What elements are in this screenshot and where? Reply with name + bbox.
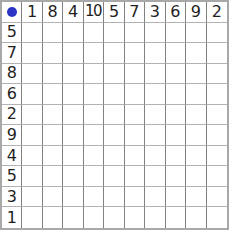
grid-cell[interactable] — [145, 146, 165, 167]
row-header-1-label: 1 — [7, 210, 17, 226]
grid-cell[interactable] — [104, 125, 124, 146]
grid-cell[interactable] — [84, 43, 104, 64]
grid-cell[interactable] — [207, 125, 227, 146]
row-header-8-label: 8 — [7, 65, 17, 81]
grid-cell[interactable] — [166, 23, 186, 44]
grid-cell[interactable] — [43, 207, 63, 228]
grid-cell[interactable] — [43, 146, 63, 167]
grid-cell[interactable] — [207, 146, 227, 167]
row-header-7-label: 7 — [7, 45, 17, 61]
col-header-8-label: 8 — [48, 4, 58, 20]
grid-cell[interactable] — [145, 105, 165, 126]
grid-cell[interactable] — [145, 207, 165, 228]
row-header-6: 6 — [2, 84, 22, 105]
grid-cell[interactable] — [104, 146, 124, 167]
grid-cell[interactable] — [186, 43, 206, 64]
col-header-3: 3 — [145, 2, 165, 23]
grid-cell[interactable] — [166, 105, 186, 126]
row-header-4-label: 4 — [7, 148, 17, 164]
grid-cell[interactable] — [63, 43, 83, 64]
grid-cell[interactable] — [43, 43, 63, 64]
grid-cell[interactable] — [104, 166, 124, 187]
grid-cell[interactable] — [84, 125, 104, 146]
grid-cell[interactable] — [22, 146, 42, 167]
grid-cell[interactable] — [125, 43, 145, 64]
grid-cell[interactable] — [186, 105, 206, 126]
col-header-6: 6 — [166, 2, 186, 23]
col-header-6-label: 6 — [170, 4, 180, 20]
grid-cell[interactable] — [186, 64, 206, 85]
grid-cell[interactable] — [125, 84, 145, 105]
grid-cell[interactable] — [207, 64, 227, 85]
grid-cell[interactable] — [125, 64, 145, 85]
grid-cell[interactable] — [104, 187, 124, 208]
col-header-5-label: 5 — [109, 4, 119, 20]
row-header-6-label: 6 — [7, 86, 17, 102]
corner-cell — [2, 2, 22, 23]
grid-cell[interactable] — [84, 64, 104, 85]
grid-cell[interactable] — [104, 84, 124, 105]
col-header-3-label: 3 — [150, 4, 160, 20]
grid-cell[interactable] — [125, 105, 145, 126]
col-header-4-label: 4 — [68, 4, 78, 20]
col-header-9: 9 — [186, 2, 206, 23]
col-header-7: 7 — [125, 2, 145, 23]
grid-cell[interactable] — [125, 146, 145, 167]
grid-cell[interactable] — [22, 207, 42, 228]
col-header-1-label: 1 — [27, 4, 37, 20]
grid-cell[interactable] — [84, 146, 104, 167]
grid-cell[interactable] — [207, 43, 227, 64]
grid-cell[interactable] — [22, 187, 42, 208]
grid-cell[interactable] — [43, 84, 63, 105]
row-header-2-label: 2 — [7, 106, 17, 122]
col-header-10: 10 — [84, 2, 104, 23]
grid-cell[interactable] — [22, 105, 42, 126]
grid-cell[interactable] — [63, 166, 83, 187]
col-header-9-label: 9 — [191, 4, 201, 20]
grid-cell[interactable] — [63, 84, 83, 105]
grid-cell[interactable] — [22, 64, 42, 85]
grid-cell[interactable] — [104, 43, 124, 64]
grid-cell[interactable] — [145, 64, 165, 85]
grid-cell[interactable] — [186, 187, 206, 208]
grid-cell[interactable] — [84, 105, 104, 126]
row-header-9: 9 — [2, 125, 22, 146]
grid-cell[interactable] — [166, 187, 186, 208]
row-header-8: 8 — [2, 64, 22, 85]
grid-cell[interactable] — [166, 43, 186, 64]
grid-cell[interactable] — [145, 23, 165, 44]
grid-cell[interactable] — [186, 207, 206, 228]
grid-cell[interactable] — [63, 207, 83, 228]
col-header-5: 5 — [104, 2, 124, 23]
grid-cell[interactable] — [104, 105, 124, 126]
col-header-10-label: 10 — [85, 4, 101, 19]
col-header-8: 8 — [43, 2, 63, 23]
grid-cell[interactable] — [166, 166, 186, 187]
grid-cell[interactable] — [104, 64, 124, 85]
grid-cell[interactable] — [63, 105, 83, 126]
grid-cell[interactable] — [207, 166, 227, 187]
grid-cell[interactable] — [166, 64, 186, 85]
row-header-7: 7 — [2, 43, 22, 64]
grid-cell[interactable] — [207, 207, 227, 228]
grid-cell[interactable] — [145, 166, 165, 187]
grid-cell[interactable] — [125, 23, 145, 44]
grid-cell[interactable] — [22, 125, 42, 146]
row-header-5-label: 5 — [7, 24, 17, 40]
grid-cell[interactable] — [166, 146, 186, 167]
grid-cell[interactable] — [63, 146, 83, 167]
grid-cell[interactable] — [63, 187, 83, 208]
grid-cell[interactable] — [84, 207, 104, 228]
grid-cell[interactable] — [84, 23, 104, 44]
grid-cell[interactable] — [84, 187, 104, 208]
grid-cell[interactable] — [166, 125, 186, 146]
grid-cell[interactable] — [125, 125, 145, 146]
grid-cell[interactable] — [43, 125, 63, 146]
col-header-7-label: 7 — [129, 4, 139, 20]
row-header-1: 1 — [2, 207, 22, 228]
row-header-3: 3 — [2, 187, 22, 208]
grid-cell[interactable] — [43, 23, 63, 44]
grid-cell[interactable] — [43, 105, 63, 126]
grid-cell[interactable] — [186, 84, 206, 105]
grid-cell[interactable] — [186, 166, 206, 187]
row-header-9-label: 9 — [7, 127, 17, 143]
grid-cell[interactable] — [207, 84, 227, 105]
grid-cell[interactable] — [186, 23, 206, 44]
grid-cell[interactable] — [22, 84, 42, 105]
grid-cell[interactable] — [186, 146, 206, 167]
row-header-5: 5 — [2, 166, 22, 187]
grid-cell[interactable] — [63, 64, 83, 85]
grid-cell[interactable] — [166, 84, 186, 105]
grid-cell[interactable] — [22, 43, 42, 64]
grid-cell[interactable] — [145, 187, 165, 208]
grid-cell[interactable] — [63, 125, 83, 146]
grid-cell[interactable] — [186, 125, 206, 146]
row-header-5-label: 5 — [7, 168, 17, 184]
grid-cell[interactable] — [22, 166, 42, 187]
row-header-4: 4 — [2, 146, 22, 167]
grid-cell[interactable] — [84, 84, 104, 105]
grid-cell[interactable] — [125, 166, 145, 187]
grid-cell[interactable] — [207, 23, 227, 44]
grid-cell[interactable] — [63, 23, 83, 44]
row-header-5: 5 — [2, 23, 22, 44]
grid-cell[interactable] — [145, 125, 165, 146]
grid-cell[interactable] — [125, 207, 145, 228]
col-header-2: 2 — [207, 2, 227, 23]
grid-cell[interactable] — [84, 166, 104, 187]
grid-cell[interactable] — [207, 187, 227, 208]
col-header-1: 1 — [22, 2, 42, 23]
grid-cell[interactable] — [145, 84, 165, 105]
grid-cell[interactable] — [145, 43, 165, 64]
grid-cell[interactable] — [166, 207, 186, 228]
grid-cell[interactable] — [43, 187, 63, 208]
grid-cell[interactable] — [43, 166, 63, 187]
grid-cell[interactable] — [43, 64, 63, 85]
multiplication-grid: 184105736925786294531 — [0, 0, 229, 230]
grid-cell[interactable] — [125, 187, 145, 208]
col-header-4: 4 — [63, 2, 83, 23]
row-header-3-label: 3 — [7, 189, 17, 205]
row-header-2: 2 — [2, 105, 22, 126]
grid-cell[interactable] — [22, 23, 42, 44]
grid-cell[interactable] — [104, 207, 124, 228]
col-header-2-label: 2 — [212, 4, 222, 20]
grid-cell[interactable] — [104, 23, 124, 44]
grid-cell[interactable] — [207, 105, 227, 126]
corner-dot-icon — [7, 7, 17, 17]
